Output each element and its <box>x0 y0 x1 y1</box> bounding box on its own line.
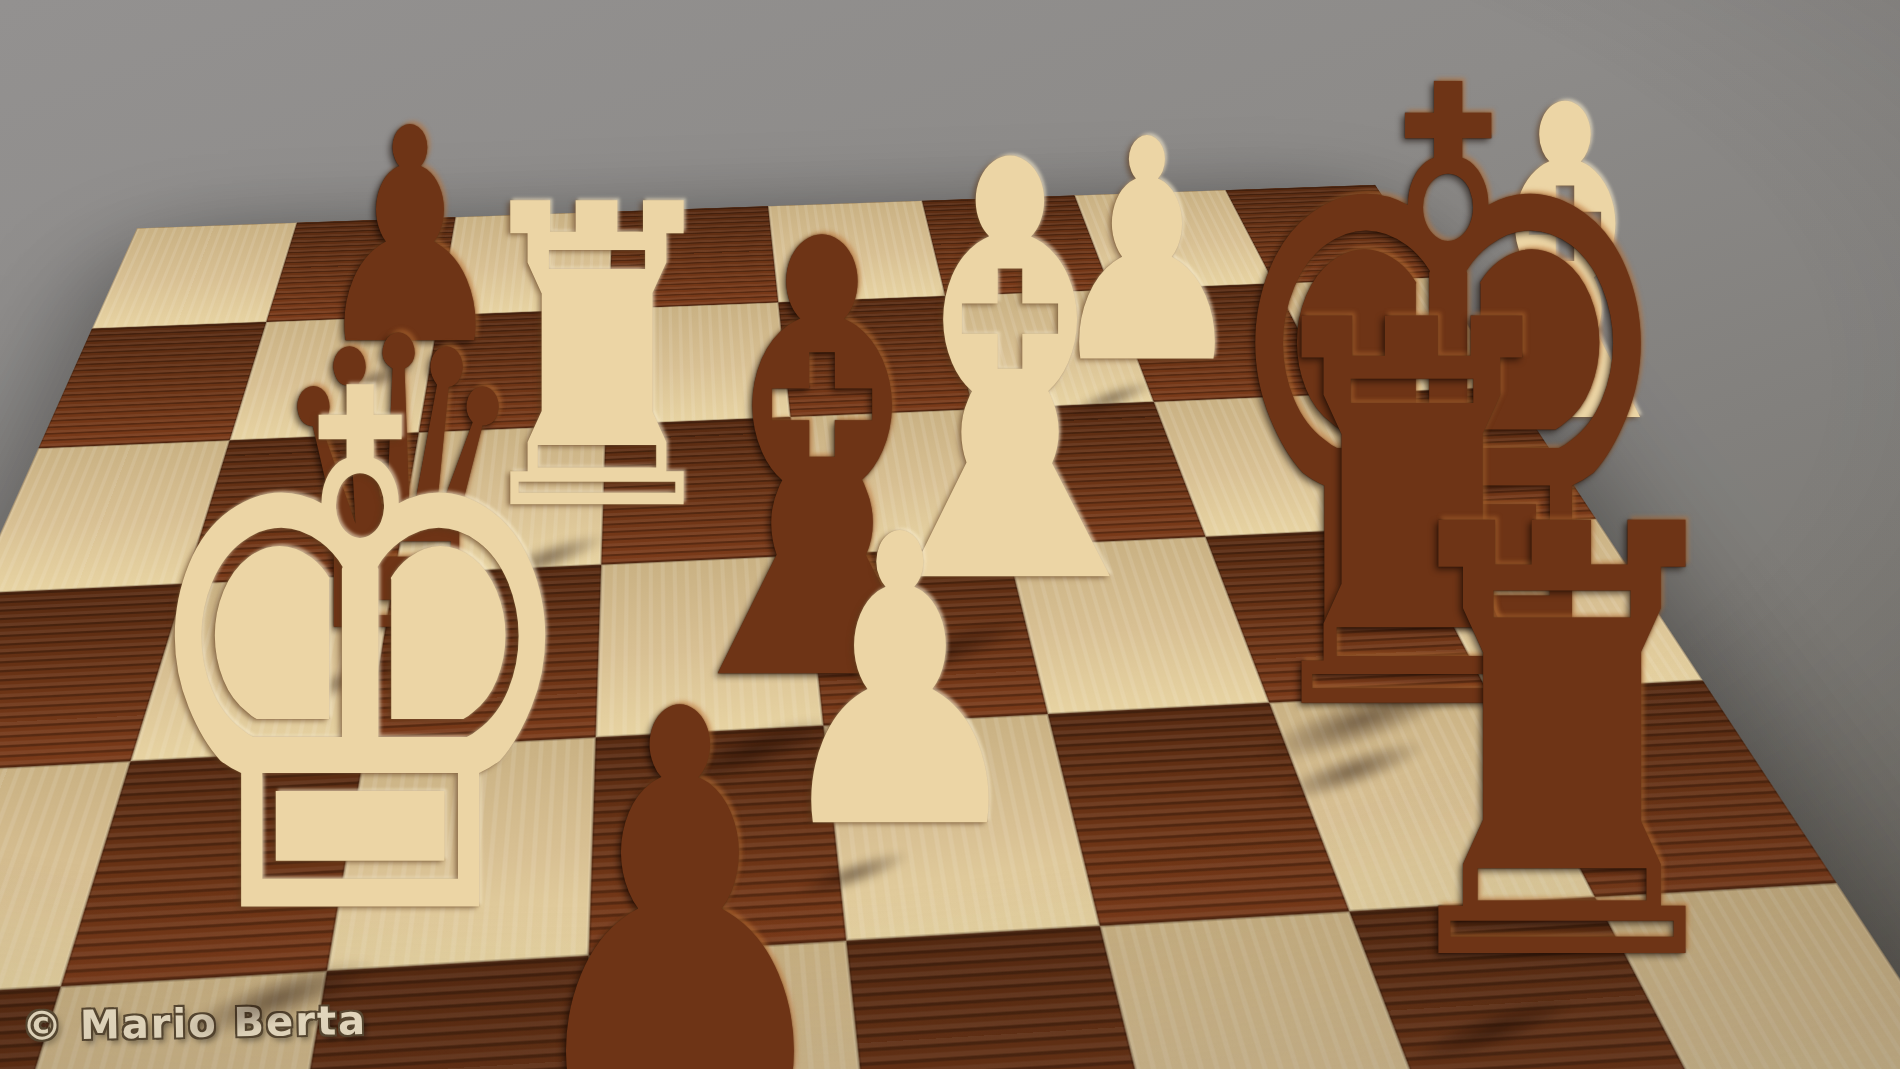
piece-black-pawn-c3[interactable]: ♟ <box>510 644 851 1069</box>
rook-glyph: ♜ <box>1365 451 1758 1044</box>
chess-scene: ♟♟♝♜♝♚♛♝♜♟♚♜♟ © Mario Berta <box>0 0 1900 1069</box>
pawn-glyph: ♟ <box>510 644 851 1069</box>
piece-black-rook-h5[interactable]: ♜ <box>1365 451 1758 1044</box>
